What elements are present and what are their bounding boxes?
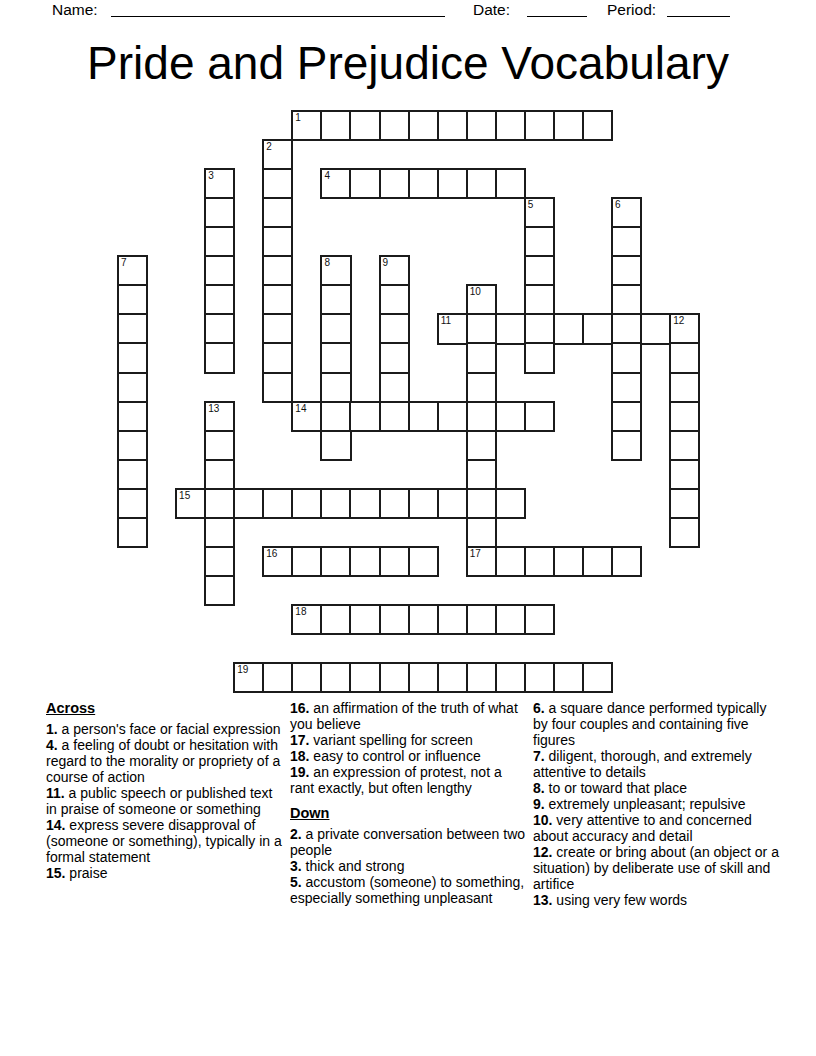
crossword-grid: 12345678910111213141516171819 [117,110,701,694]
grid-cell-r14c12[interactable] [466,517,497,548]
grid-cell-r7c9[interactable] [379,313,410,344]
clue-number-6: 6 [615,199,621,210]
clue-4-number: 4. [46,737,58,753]
grid-cell-r7c16[interactable] [582,313,613,344]
clue-14: 14. express severe disapproval of (someo… [46,817,282,865]
grid-cell-r2c7[interactable]: 4 [320,168,351,199]
grid-cell-r6c12[interactable]: 10 [466,284,497,315]
grid-cell-r15c3[interactable] [204,546,235,577]
clue-19-number: 19. [290,764,309,780]
grid-cell-r4c17[interactable] [611,226,642,257]
grid-cell-r6c7[interactable] [320,284,351,315]
grid-cell-r13c3[interactable] [204,488,235,519]
grid-cell-r9c9[interactable] [379,372,410,403]
clue-19: 19. an expression of protest, not a rant… [290,764,528,796]
grid-cell-r9c17[interactable] [611,372,642,403]
grid-cell-r10c6[interactable]: 14 [291,401,322,432]
grid-cell-r11c0[interactable] [117,430,148,461]
grid-cell-r14c0[interactable] [117,517,148,548]
clue-18-number: 18. [290,748,309,764]
grid-cell-r15c13[interactable] [495,546,526,577]
grid-cell-r15c16[interactable] [582,546,613,577]
grid-cell-r10c17[interactable] [611,401,642,432]
grid-cell-r13c10[interactable] [408,488,439,519]
grid-cell-r10c9[interactable] [379,401,410,432]
clue-number-7: 7 [121,257,127,268]
grid-cell-r11c3[interactable] [204,430,235,461]
grid-cell-r5c0[interactable]: 7 [117,255,148,286]
grid-cell-r0c12[interactable] [466,110,497,141]
clue-number-1: 1 [295,112,301,123]
grid-cell-r5c14[interactable] [524,255,555,286]
grid-cell-r11c7[interactable] [320,430,351,461]
grid-cell-r9c0[interactable] [117,372,148,403]
grid-cell-r19c4[interactable]: 19 [233,662,264,693]
clue-13: 13. using very few words [533,892,779,908]
clue-8: 8. to or toward that place [533,780,779,796]
clue-6: 6. a square dance performed typically by… [533,700,779,748]
grid-cell-r8c0[interactable] [117,342,148,373]
grid-cell-r19c15[interactable] [553,662,584,693]
grid-cell-r13c9[interactable] [379,488,410,519]
grid-cell-r7c15[interactable] [553,313,584,344]
grid-cell-r13c5[interactable] [262,488,293,519]
grid-cell-r7c13[interactable] [495,313,526,344]
grid-cell-r13c2[interactable]: 15 [175,488,206,519]
clue-number-4: 4 [324,170,330,181]
clue-number-16: 16 [266,548,277,559]
clue-3: 3. thick and strong [290,858,528,874]
clue-number-13: 13 [208,403,219,414]
grid-cell-r15c10[interactable] [408,546,439,577]
grid-cell-r10c10[interactable] [408,401,439,432]
clue-12: 12. create or bring about (an object or … [533,844,779,892]
clues-column-1: Across1. a person's face or facial expre… [46,700,282,881]
date-blank-line[interactable] [527,0,587,17]
grid-cell-r8c5[interactable] [262,342,293,373]
grid-cell-r15c5[interactable]: 16 [262,546,293,577]
clue-17: 17. variant spelling for screen [290,732,528,748]
clue-16: 16. an affirmation of the truth of what … [290,700,528,732]
clue-5: 5. accustom (someone) to something, espe… [290,874,528,906]
clue-number-14: 14 [295,403,306,414]
grid-cell-r13c4[interactable] [233,488,264,519]
grid-cell-r2c9[interactable] [379,168,410,199]
grid-cell-r7c17[interactable] [611,313,642,344]
grid-cell-r8c12[interactable] [466,342,497,373]
grid-cell-r6c14[interactable] [524,284,555,315]
grid-cell-r17c9[interactable] [379,604,410,635]
grid-cell-r13c19[interactable] [669,488,700,519]
grid-cell-r19c14[interactable] [524,662,555,693]
grid-cell-r14c19[interactable] [669,517,700,548]
clue-number-12: 12 [673,315,684,326]
grid-cell-r6c3[interactable] [204,284,235,315]
grid-cell-r3c5[interactable] [262,197,293,228]
grid-cell-r0c16[interactable] [582,110,613,141]
clue-4: 4. a feeling of doubt or hesitation with… [46,737,282,785]
grid-cell-r7c12[interactable] [466,313,497,344]
grid-cell-r7c14[interactable] [524,313,555,344]
grid-cell-r10c12[interactable] [466,401,497,432]
grid-cell-r19c8[interactable] [349,662,380,693]
grid-cell-r2c5[interactable] [262,168,293,199]
grid-cell-r10c11[interactable] [437,401,468,432]
grid-cell-r13c0[interactable] [117,488,148,519]
grid-cell-r0c11[interactable] [437,110,468,141]
grid-cell-r2c12[interactable] [466,168,497,199]
grid-cell-r17c13[interactable] [495,604,526,635]
grid-cell-r1c5[interactable]: 2 [262,139,293,170]
grid-cell-r8c17[interactable] [611,342,642,373]
grid-cell-r6c9[interactable] [379,284,410,315]
grid-cell-r16c3[interactable] [204,575,235,606]
clue-8-number: 8. [533,780,545,796]
clues-down-header: Down [290,805,528,821]
grid-cell-r11c12[interactable] [466,430,497,461]
grid-cell-r9c19[interactable] [669,372,700,403]
grid-cell-r2c8[interactable] [349,168,380,199]
grid-cell-r10c19[interactable] [669,401,700,432]
grid-cell-r19c16[interactable] [582,662,613,693]
grid-cell-r4c14[interactable] [524,226,555,257]
clues-column-2: 16. an affirmation of the truth of what … [290,700,528,906]
clue-number-19: 19 [237,664,248,675]
clue-11-number: 11. [46,785,65,801]
clue-number-5: 5 [528,199,534,210]
grid-cell-r0c6[interactable]: 1 [291,110,322,141]
grid-cell-r19c6[interactable] [291,662,322,693]
grid-cell-r13c7[interactable] [320,488,351,519]
grid-cell-r10c8[interactable] [349,401,380,432]
clue-17-number: 17. [290,732,309,748]
clue-1-number: 1. [46,721,58,737]
grid-cell-r17c6[interactable]: 18 [291,604,322,635]
clue-number-15: 15 [179,490,190,501]
period-label: Period: [607,1,656,19]
grid-cell-r3c3[interactable] [204,197,235,228]
grid-cell-r10c0[interactable] [117,401,148,432]
grid-cell-r0c7[interactable] [320,110,351,141]
grid-cell-r3c14[interactable]: 5 [524,197,555,228]
period-blank-line[interactable] [667,0,730,17]
clue-6-number: 6. [533,700,545,716]
clue-15-number: 15. [46,865,65,881]
grid-cell-r7c18[interactable] [640,313,671,344]
grid-cell-r8c19[interactable] [669,342,700,373]
clue-number-10: 10 [470,286,481,297]
grid-cell-r10c7[interactable] [320,401,351,432]
clue-number-18: 18 [295,606,306,617]
clue-3-number: 3. [290,858,302,874]
grid-cell-r15c8[interactable] [349,546,380,577]
clues-across-header: Across [46,700,282,716]
grid-cell-r3c17[interactable]: 6 [611,197,642,228]
grid-cell-r6c17[interactable] [611,284,642,315]
grid-cell-r17c11[interactable] [437,604,468,635]
grid-cell-r10c13[interactable] [495,401,526,432]
clue-14-number: 14. [46,817,65,833]
grid-cell-r12c19[interactable] [669,459,700,490]
grid-cell-r0c9[interactable] [379,110,410,141]
grid-cell-r12c3[interactable] [204,459,235,490]
grid-cell-r5c7[interactable]: 8 [320,255,351,286]
clue-number-9: 9 [383,257,389,268]
grid-cell-r2c3[interactable]: 3 [204,168,235,199]
grid-cell-r0c14[interactable] [524,110,555,141]
grid-cell-r8c9[interactable] [379,342,410,373]
grid-cell-r15c9[interactable] [379,546,410,577]
clue-9: 9. extremely unpleasant; repulsive [533,796,779,812]
grid-cell-r17c7[interactable] [320,604,351,635]
grid-cell-r11c19[interactable] [669,430,700,461]
grid-cell-r13c11[interactable] [437,488,468,519]
clue-1: 1. a person's face or facial expression [46,721,282,737]
grid-cell-r15c7[interactable] [320,546,351,577]
name-blank-line[interactable] [111,0,445,17]
grid-cell-r5c3[interactable] [204,255,235,286]
clue-9-number: 9. [533,796,545,812]
grid-cell-r7c5[interactable] [262,313,293,344]
grid-cell-r0c15[interactable] [553,110,584,141]
grid-cell-r19c5[interactable] [262,662,293,693]
grid-cell-r4c5[interactable] [262,226,293,257]
grid-cell-r19c10[interactable] [408,662,439,693]
grid-cell-r15c12[interactable]: 17 [466,546,497,577]
grid-cell-r15c6[interactable] [291,546,322,577]
grid-cell-r17c12[interactable] [466,604,497,635]
grid-cell-r2c11[interactable] [437,168,468,199]
grid-cell-r9c12[interactable] [466,372,497,403]
clue-18: 18. easy to control or influence [290,748,528,764]
grid-cell-r13c8[interactable] [349,488,380,519]
grid-cell-r5c17[interactable] [611,255,642,286]
grid-cell-r7c3[interactable] [204,313,235,344]
grid-cell-r6c5[interactable] [262,284,293,315]
grid-cell-r19c9[interactable] [379,662,410,693]
grid-cell-r5c9[interactable]: 9 [379,255,410,286]
grid-cell-r17c10[interactable] [408,604,439,635]
grid-cell-r17c8[interactable] [349,604,380,635]
grid-cell-r10c3[interactable]: 13 [204,401,235,432]
grid-cell-r2c13[interactable] [495,168,526,199]
grid-cell-r19c12[interactable] [466,662,497,693]
clue-10-number: 10. [533,812,552,828]
grid-cell-r5c5[interactable] [262,255,293,286]
grid-cell-r8c14[interactable] [524,342,555,373]
grid-cell-r11c17[interactable] [611,430,642,461]
grid-cell-r19c11[interactable] [437,662,468,693]
grid-cell-r15c15[interactable] [553,546,584,577]
grid-cell-r7c11[interactable]: 11 [437,313,468,344]
clue-2: 2. a private conversation between two pe… [290,826,528,858]
grid-cell-r15c14[interactable] [524,546,555,577]
clue-16-number: 16. [290,700,309,716]
grid-cell-r7c19[interactable]: 12 [669,313,700,344]
grid-cell-r8c7[interactable] [320,342,351,373]
grid-cell-r7c0[interactable] [117,313,148,344]
grid-cell-r14c3[interactable] [204,517,235,548]
grid-cell-r0c8[interactable] [349,110,380,141]
clue-number-2: 2 [266,141,272,152]
grid-cell-r17c14[interactable] [524,604,555,635]
grid-cell-r4c3[interactable] [204,226,235,257]
page-title: Pride and Prejudice Vocabulary [0,36,816,90]
worksheet-page: Name: Date: Period: Pride and Prejudice … [0,0,816,1056]
clue-number-3: 3 [208,170,214,181]
grid-cell-r0c13[interactable] [495,110,526,141]
grid-cell-r12c0[interactable] [117,459,148,490]
clue-5-number: 5. [290,874,302,890]
clue-10: 10. very attentive to and concerned abou… [533,812,779,844]
clue-15: 15. praise [46,865,282,881]
grid-cell-r10c14[interactable] [524,401,555,432]
clue-7: 7. diligent, thorough, and extremely att… [533,748,779,780]
clue-number-17: 17 [470,548,481,559]
clue-7-number: 7. [533,748,545,764]
clue-number-8: 8 [324,257,330,268]
clue-number-11: 11 [441,315,451,326]
clues-column-3: 6. a square dance performed typically by… [533,700,779,908]
grid-cell-r12c12[interactable] [466,459,497,490]
clue-12-number: 12. [533,844,552,860]
grid-cell-r2c10[interactable] [408,168,439,199]
grid-cell-r15c17[interactable] [611,546,642,577]
grid-cell-r9c7[interactable] [320,372,351,403]
grid-cell-r19c13[interactable] [495,662,526,693]
grid-cell-r13c6[interactable] [291,488,322,519]
grid-cell-r13c12[interactable] [466,488,497,519]
grid-cell-r7c7[interactable] [320,313,351,344]
clue-11: 11. a public speech or published text in… [46,785,282,817]
clue-13-number: 13. [533,892,552,908]
grid-cell-r8c3[interactable] [204,342,235,373]
grid-cell-r0c10[interactable] [408,110,439,141]
clue-2-number: 2. [290,826,302,842]
grid-cell-r19c7[interactable] [320,662,351,693]
grid-cell-r13c13[interactable] [495,488,526,519]
grid-cell-r6c0[interactable] [117,284,148,315]
name-label: Name: [52,1,98,19]
date-label: Date: [473,1,510,19]
grid-cell-r9c5[interactable] [262,372,293,403]
